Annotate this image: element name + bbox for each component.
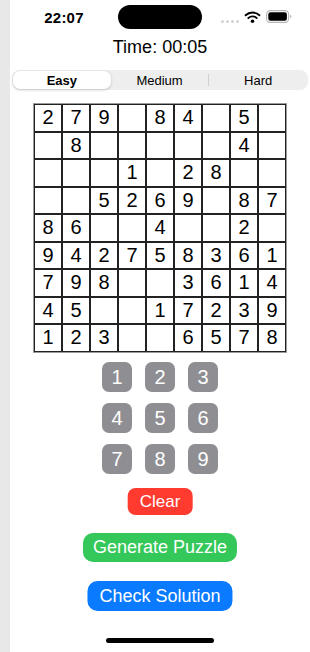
sudoku-cell-r3c1[interactable]: [34, 159, 62, 187]
sudoku-cell-r2c4[interactable]: [118, 132, 146, 160]
sudoku-cell-r6c3[interactable]: 2: [90, 242, 118, 270]
sudoku-cell-r2c5[interactable]: [146, 132, 174, 160]
sudoku-cell-r8c3[interactable]: [90, 297, 118, 325]
dynamic-island: [118, 5, 202, 29]
numpad-key-9[interactable]: 9: [188, 444, 218, 474]
sudoku-cell-r7c3[interactable]: 8: [90, 269, 118, 297]
sudoku-cell-r4c9[interactable]: 7: [258, 187, 286, 215]
sudoku-cell-r4c6[interactable]: 9: [174, 187, 202, 215]
sudoku-cell-r5c2[interactable]: 6: [62, 214, 90, 242]
sudoku-cell-r3c5[interactable]: [146, 159, 174, 187]
sudoku-cell-r8c5[interactable]: 1: [146, 297, 174, 325]
difficulty-segmented-control: Easy Medium Hard: [12, 70, 308, 90]
sudoku-cell-r4c2[interactable]: [62, 187, 90, 215]
sudoku-cell-r4c4[interactable]: 2: [118, 187, 146, 215]
sudoku-cell-r6c1[interactable]: 9: [34, 242, 62, 270]
battery-icon: [266, 9, 292, 27]
sudoku-cell-r9c7[interactable]: 5: [202, 324, 230, 352]
sudoku-cell-r1c1[interactable]: 2: [34, 104, 62, 132]
sudoku-cell-r1c4[interactable]: [118, 104, 146, 132]
sudoku-cell-r5c9[interactable]: [258, 214, 286, 242]
sudoku-cell-r5c3[interactable]: [90, 214, 118, 242]
sudoku-cell-r5c1[interactable]: 8: [34, 214, 62, 242]
sudoku-cell-r7c5[interactable]: [146, 269, 174, 297]
segment-hard[interactable]: Hard: [209, 71, 307, 89]
sudoku-cell-r6c7[interactable]: 3: [202, 242, 230, 270]
sudoku-cell-r1c7[interactable]: [202, 104, 230, 132]
sudoku-cell-r9c3[interactable]: 3: [90, 324, 118, 352]
sudoku-cell-r1c3[interactable]: 9: [90, 104, 118, 132]
sudoku-cell-r7c8[interactable]: 1: [230, 269, 258, 297]
sudoku-cell-r8c2[interactable]: 5: [62, 297, 90, 325]
sudoku-cell-r2c8[interactable]: 4: [230, 132, 258, 160]
sudoku-cell-r8c8[interactable]: 3: [230, 297, 258, 325]
sudoku-cell-r9c1[interactable]: 1: [34, 324, 62, 352]
sudoku-cell-r7c4[interactable]: [118, 269, 146, 297]
cellular-dots-icon: [221, 20, 239, 23]
sudoku-cell-r6c8[interactable]: 6: [230, 242, 258, 270]
sudoku-cell-r2c1[interactable]: [34, 132, 62, 160]
numpad-key-6[interactable]: 6: [188, 403, 218, 433]
timer-label: Time: 00:05: [10, 37, 310, 58]
sudoku-cell-r8c9[interactable]: 9: [258, 297, 286, 325]
sudoku-cell-r8c7[interactable]: 2: [202, 297, 230, 325]
sudoku-cell-r3c4[interactable]: 1: [118, 159, 146, 187]
sudoku-cell-r2c6[interactable]: [174, 132, 202, 160]
sudoku-cell-r2c3[interactable]: [90, 132, 118, 160]
sudoku-cell-r7c2[interactable]: 9: [62, 269, 90, 297]
sudoku-cell-r6c5[interactable]: 5: [146, 242, 174, 270]
sudoku-cell-r8c1[interactable]: 4: [34, 297, 62, 325]
sudoku-cell-r7c9[interactable]: 4: [258, 269, 286, 297]
sudoku-cell-r4c1[interactable]: [34, 187, 62, 215]
sudoku-cell-r4c5[interactable]: 6: [146, 187, 174, 215]
sudoku-cell-r6c6[interactable]: 8: [174, 242, 202, 270]
sudoku-cell-r1c6[interactable]: 4: [174, 104, 202, 132]
numpad-key-3[interactable]: 3: [188, 362, 218, 392]
sudoku-cell-r8c6[interactable]: 7: [174, 297, 202, 325]
sudoku-cell-r5c6[interactable]: [174, 214, 202, 242]
wifi-icon: [244, 9, 261, 27]
sudoku-cell-r9c5[interactable]: [146, 324, 174, 352]
clear-button[interactable]: Clear: [128, 488, 193, 515]
sudoku-cell-r9c4[interactable]: [118, 324, 146, 352]
sudoku-cell-r1c8[interactable]: 5: [230, 104, 258, 132]
sudoku-cell-r2c7[interactable]: [202, 132, 230, 160]
sudoku-cell-r4c3[interactable]: 5: [90, 187, 118, 215]
sudoku-cell-r4c7[interactable]: [202, 187, 230, 215]
numpad-key-2[interactable]: 2: [145, 362, 175, 392]
sudoku-cell-r3c8[interactable]: [230, 159, 258, 187]
sudoku-cell-r1c5[interactable]: 8: [146, 104, 174, 132]
numpad-key-8[interactable]: 8: [145, 444, 175, 474]
sudoku-cell-r9c2[interactable]: 2: [62, 324, 90, 352]
status-time: 22:07: [10, 9, 118, 26]
home-indicator[interactable]: [106, 638, 214, 643]
check-solution-button[interactable]: Check Solution: [87, 581, 232, 611]
sudoku-cell-r3c7[interactable]: 8: [202, 159, 230, 187]
sudoku-cell-r8c4[interactable]: [118, 297, 146, 325]
sudoku-cell-r3c6[interactable]: 2: [174, 159, 202, 187]
sudoku-grid: 2798458412852698786429427583617983614451…: [33, 103, 287, 353]
numpad-key-4[interactable]: 4: [102, 403, 132, 433]
sudoku-cell-r3c9[interactable]: [258, 159, 286, 187]
sudoku-cell-r7c6[interactable]: 3: [174, 269, 202, 297]
sudoku-cell-r9c6[interactable]: 6: [174, 324, 202, 352]
generate-puzzle-button[interactable]: Generate Puzzle: [83, 533, 237, 562]
sudoku-cell-r3c2[interactable]: [62, 159, 90, 187]
sudoku-cell-r5c4[interactable]: [118, 214, 146, 242]
segment-medium[interactable]: Medium: [111, 71, 209, 89]
sudoku-cell-r9c8[interactable]: 7: [230, 324, 258, 352]
sudoku-cell-r5c5[interactable]: 4: [146, 214, 174, 242]
sudoku-cell-r1c2[interactable]: 7: [62, 104, 90, 132]
app-screen: 22:07 Time: 00:05: [10, 0, 310, 652]
sudoku-cell-r6c2[interactable]: 4: [62, 242, 90, 270]
sudoku-cell-r5c8[interactable]: 2: [230, 214, 258, 242]
sudoku-cell-r7c7[interactable]: 6: [202, 269, 230, 297]
sudoku-cell-r2c2[interactable]: 8: [62, 132, 90, 160]
sudoku-cell-r2c9[interactable]: [258, 132, 286, 160]
numpad-key-5[interactable]: 5: [145, 403, 175, 433]
sudoku-cell-r5c7[interactable]: [202, 214, 230, 242]
sudoku-cell-r9c9[interactable]: 8: [258, 324, 286, 352]
segment-easy[interactable]: Easy: [13, 71, 111, 89]
sudoku-cell-r1c9[interactable]: [258, 104, 286, 132]
numpad-key-1[interactable]: 1: [102, 362, 132, 392]
sudoku-cell-r6c4[interactable]: 7: [118, 242, 146, 270]
sudoku-cell-r6c9[interactable]: 1: [258, 242, 286, 270]
sudoku-cell-r4c8[interactable]: 8: [230, 187, 258, 215]
numpad-key-7[interactable]: 7: [102, 444, 132, 474]
sudoku-cell-r3c3[interactable]: [90, 159, 118, 187]
numpad: 123456789: [102, 362, 218, 474]
sudoku-cell-r7c1[interactable]: 7: [34, 269, 62, 297]
